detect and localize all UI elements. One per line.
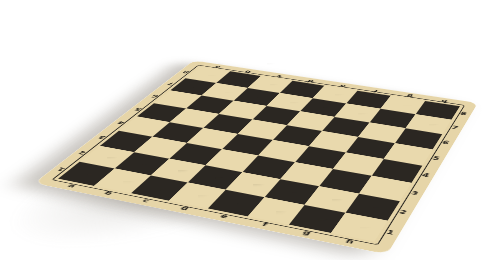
white-pawn-h7[interactable]: ♟ — [410, 84, 448, 125]
rank-label-8: 8 — [459, 112, 467, 116]
black-rook-h1[interactable]: ♜ — [336, 178, 383, 229]
white-pawn-g7[interactable]: ♟ — [374, 79, 412, 120]
white-pawn-f7[interactable]: ♟ — [339, 74, 376, 114]
white-pawn-d7[interactable]: ♟ — [272, 64, 308, 104]
white-pawn-e7[interactable]: ♟ — [305, 69, 342, 109]
white-pawn-c7[interactable]: ♟ — [239, 59, 275, 98]
white-pawn-a7[interactable]: ♟ — [176, 50, 211, 88]
chess-set-photo: ♜♞♝♚♛♝♞♜♟♟♟♟♟♟♟♟♟♟♟♟♟♟♟♟♜♞♝♚♛♝♞♜aabbccdd… — [0, 0, 500, 260]
white-pawn-b7[interactable]: ♟ — [207, 55, 243, 94]
